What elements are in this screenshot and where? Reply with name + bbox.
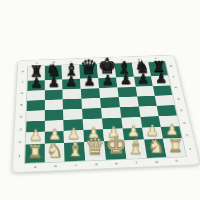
coord-label: 6: [174, 82, 179, 93]
square-f1[interactable]: ♝: [124, 140, 146, 159]
square-a4[interactable]: [26, 110, 45, 121]
board: ♜♞♝♛♚♝♞♜♟♟♟♟♟♟♟♟♟♟♟♟♟♟♟♟♜♞♝♛♚♝♞♜: [25, 62, 186, 164]
chess-mat: abcdefgh abcdefgh 87654321 87654321 ♜♞♝♛…: [11, 55, 200, 173]
black-pawn[interactable]: ♟: [155, 71, 167, 84]
black-pawn[interactable]: ♟: [65, 75, 77, 88]
white-pawn[interactable]: ♟: [29, 128, 42, 143]
square-g5[interactable]: [137, 96, 157, 107]
square-a7[interactable]: ♟: [27, 80, 45, 91]
coord-label: a: [25, 165, 45, 169]
square-b1[interactable]: ♞: [45, 143, 65, 162]
square-c7[interactable]: ♟: [63, 79, 81, 90]
square-f6[interactable]: [118, 87, 137, 97]
coord-label: d: [86, 163, 106, 167]
square-c4[interactable]: [63, 109, 82, 120]
square-f7[interactable]: ♟: [116, 77, 135, 88]
square-g6[interactable]: [135, 86, 154, 96]
square-f4[interactable]: [120, 107, 140, 118]
square-f5[interactable]: [119, 96, 138, 107]
square-g4[interactable]: [138, 106, 158, 117]
white-pawn[interactable]: ♟: [165, 122, 178, 137]
coord-label: 6: [20, 88, 23, 99]
coord-label: 2: [18, 136, 21, 149]
coord-label: 4: [179, 105, 184, 117]
product-photo: abcdefgh abcdefgh 87654321 87654321 ♜♞♝♛…: [0, 0, 200, 200]
coord-label: 5: [176, 93, 181, 105]
coord-label: e: [106, 162, 127, 166]
square-b4[interactable]: [45, 109, 64, 120]
black-pawn[interactable]: ♟: [48, 75, 60, 89]
square-g1[interactable]: ♞: [144, 139, 167, 158]
black-pawn[interactable]: ♟: [120, 73, 132, 86]
white-knight[interactable]: ♞: [46, 141, 64, 161]
coord-label: 8: [169, 61, 174, 71]
coord-label: 1: [18, 149, 21, 163]
coord-label: b: [45, 164, 65, 168]
square-e1[interactable]: ♚: [104, 140, 127, 159]
black-pawn[interactable]: ♟: [83, 74, 95, 87]
black-pawn[interactable]: ♟: [102, 73, 114, 86]
square-a1[interactable]: ♜: [25, 144, 45, 163]
coord-label: h: [166, 159, 187, 163]
square-e6[interactable]: [99, 87, 119, 97]
coord-label: g: [146, 160, 167, 164]
rank-labels-left: 87654321: [16, 67, 26, 164]
white-king[interactable]: ♚: [105, 134, 126, 158]
square-d1[interactable]: ♛: [84, 141, 106, 160]
square-g7[interactable]: ♟: [134, 76, 153, 87]
white-bishop[interactable]: ♝: [127, 137, 144, 156]
white-rook[interactable]: ♜: [168, 138, 183, 155]
coord-label: 2: [184, 129, 190, 142]
white-rook[interactable]: ♜: [27, 144, 43, 161]
square-e5[interactable]: [100, 97, 121, 108]
white-queen[interactable]: ♛: [85, 136, 105, 159]
square-h5[interactable]: [155, 95, 175, 106]
coord-label: f: [126, 161, 147, 165]
square-d6[interactable]: [80, 88, 99, 98]
square-c1[interactable]: ♝: [64, 142, 84, 161]
coord-label: 8: [21, 67, 24, 78]
coord-label: 7: [171, 72, 176, 83]
square-b7[interactable]: ♟: [45, 79, 63, 90]
coord-label: c: [66, 164, 86, 168]
black-pawn[interactable]: ♟: [30, 76, 42, 90]
square-h7[interactable]: ♟: [151, 76, 170, 87]
coord-label: 1: [187, 142, 193, 156]
coord-label: 3: [181, 117, 186, 130]
square-h1[interactable]: ♜: [163, 138, 186, 157]
black-pawn[interactable]: ♟: [137, 72, 149, 85]
coord-label: 5: [20, 99, 23, 111]
square-b6[interactable]: [45, 90, 63, 100]
white-knight[interactable]: ♞: [147, 137, 164, 156]
white-bishop[interactable]: ♝: [66, 140, 83, 160]
coord-label: 4: [19, 111, 22, 123]
coord-label: 3: [19, 123, 22, 136]
square-h4[interactable]: [156, 105, 176, 116]
coord-label: 7: [21, 77, 24, 88]
